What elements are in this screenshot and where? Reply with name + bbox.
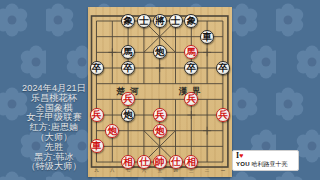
file-number-labels: 九八七六五四三二一 xyxy=(97,168,224,174)
watermark-you: YOU xyxy=(236,161,250,167)
file-label-3: 三 xyxy=(186,168,196,174)
piece-black-f5r0: 將 xyxy=(153,14,167,28)
piece-red-f4r9: 仕 xyxy=(137,155,151,169)
piece-black-f9r3: 卒 xyxy=(216,61,230,75)
file-label-5: 五 xyxy=(155,168,165,174)
file-label-6: 六 xyxy=(139,168,149,174)
file-label-8: 八 xyxy=(107,168,117,174)
file-label-9: 九 xyxy=(92,168,102,174)
video-frame: 2024年4月21日 乐昌桃花杯 全国象棋 女子甲级联赛 红方:唐思婻 （大师）… xyxy=(0,0,320,180)
piece-black-f3r6: 炮 xyxy=(121,108,135,122)
xiangqi-board: 楚河 漢界 象士將士象車馬炮馬卒卒卒卒兵兵兵炮兵兵炮炮車相仕帥仕相 九八七六五四… xyxy=(88,7,232,177)
piece-black-f3r3: 卒 xyxy=(121,61,135,75)
piece-black-f5r2: 炮 xyxy=(153,45,167,59)
piece-red-f5r6: 兵 xyxy=(153,108,167,122)
piece-red-f9r6: 兵 xyxy=(216,108,230,122)
watermark-channel-name: 哈利路亚十亮 xyxy=(252,161,288,167)
file-label-7: 七 xyxy=(123,168,133,174)
info-black-title: （特级大师） xyxy=(10,162,98,172)
file-label-4: 四 xyxy=(171,168,181,174)
piece-red-f6r9: 仕 xyxy=(169,155,183,169)
piece-red-f3r9: 相 xyxy=(121,155,135,169)
watermark-line1: I♥ xyxy=(236,152,295,160)
heart-icon: ♥ xyxy=(239,152,243,160)
channel-watermark: I♥ YOU 哈利路亚十亮 xyxy=(232,150,299,171)
piece-black-f4r0: 士 xyxy=(137,14,151,28)
piece-black-f6r0: 士 xyxy=(169,14,183,28)
piece-black-f1r3: 卒 xyxy=(90,61,104,75)
piece-red-f5r7: 炮 xyxy=(153,124,167,138)
game-info-panel: 2024年4月21日 乐昌桃花杯 全国象棋 女子甲级联赛 红方:唐思婻 （大师）… xyxy=(10,84,98,172)
piece-red-f2r7: 炮 xyxy=(105,124,119,138)
file-label-2: 二 xyxy=(202,168,212,174)
watermark-line2: YOU 哈利路亚十亮 xyxy=(236,160,295,168)
piece-black-f8r1: 車 xyxy=(200,30,214,44)
file-label-1: 一 xyxy=(218,168,228,174)
piece-red-f1r8: 車 xyxy=(90,139,104,153)
piece-red-f1r6: 兵 xyxy=(90,108,104,122)
piece-black-f3r0: 象 xyxy=(121,14,135,28)
piece-red-f5r9: 帥 xyxy=(153,155,167,169)
